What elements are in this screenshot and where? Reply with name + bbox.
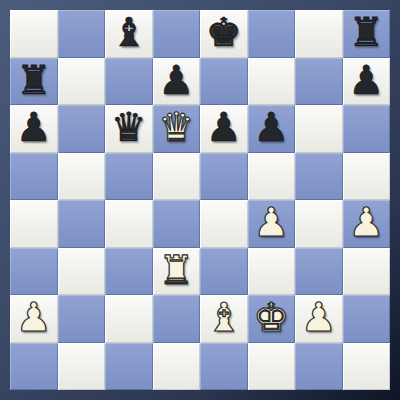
square-e1[interactable] [200, 343, 248, 391]
square-b5[interactable] [58, 153, 106, 201]
piece-black-bishop[interactable]: ♝ [111, 9, 147, 57]
square-g6[interactable] [295, 105, 343, 153]
square-b3[interactable] [58, 248, 106, 296]
square-h5[interactable] [343, 153, 391, 201]
square-b2[interactable] [58, 295, 106, 343]
square-f7[interactable] [248, 58, 296, 106]
square-f6[interactable]: ♟ [248, 105, 296, 153]
square-a2[interactable]: ♟ [10, 295, 58, 343]
square-f5[interactable] [248, 153, 296, 201]
square-b4[interactable] [58, 200, 106, 248]
square-a3[interactable] [10, 248, 58, 296]
square-e7[interactable] [200, 58, 248, 106]
square-c8[interactable]: ♝ [105, 10, 153, 58]
piece-white-pawn[interactable]: ♟ [348, 199, 384, 247]
square-c3[interactable] [105, 248, 153, 296]
square-a6[interactable]: ♟ [10, 105, 58, 153]
square-a5[interactable] [10, 153, 58, 201]
piece-black-rook[interactable]: ♜ [16, 57, 52, 105]
square-h7[interactable]: ♟ [343, 58, 391, 106]
square-h1[interactable] [343, 343, 391, 391]
piece-white-queen[interactable]: ♛ [158, 104, 194, 152]
square-a4[interactable] [10, 200, 58, 248]
piece-black-king[interactable]: ♚ [206, 9, 242, 57]
square-h2[interactable] [343, 295, 391, 343]
square-e6[interactable]: ♟ [200, 105, 248, 153]
square-c5[interactable] [105, 153, 153, 201]
piece-white-pawn[interactable]: ♟ [16, 294, 52, 342]
piece-white-king[interactable]: ♚ [253, 294, 289, 342]
square-c1[interactable] [105, 343, 153, 391]
square-a7[interactable]: ♜ [10, 58, 58, 106]
square-g3[interactable] [295, 248, 343, 296]
board-frame: ♝♚♜♜♟♟♟♛♛♟♟♟♟♜♟♝♚♟ [0, 0, 400, 400]
square-c2[interactable] [105, 295, 153, 343]
square-h3[interactable] [343, 248, 391, 296]
square-d1[interactable] [153, 343, 201, 391]
square-b6[interactable] [58, 105, 106, 153]
square-d3[interactable]: ♜ [153, 248, 201, 296]
square-e4[interactable] [200, 200, 248, 248]
square-e3[interactable] [200, 248, 248, 296]
square-g7[interactable] [295, 58, 343, 106]
square-d2[interactable] [153, 295, 201, 343]
square-d5[interactable] [153, 153, 201, 201]
square-e2[interactable]: ♝ [200, 295, 248, 343]
square-g8[interactable] [295, 10, 343, 58]
piece-black-pawn[interactable]: ♟ [348, 57, 384, 105]
square-f2[interactable]: ♚ [248, 295, 296, 343]
square-d7[interactable]: ♟ [153, 58, 201, 106]
piece-black-queen[interactable]: ♛ [111, 104, 147, 152]
square-e5[interactable] [200, 153, 248, 201]
square-b8[interactable] [58, 10, 106, 58]
square-e8[interactable]: ♚ [200, 10, 248, 58]
square-h6[interactable] [343, 105, 391, 153]
square-a8[interactable] [10, 10, 58, 58]
square-g2[interactable]: ♟ [295, 295, 343, 343]
square-h4[interactable]: ♟ [343, 200, 391, 248]
piece-white-rook[interactable]: ♜ [158, 247, 194, 295]
square-f1[interactable] [248, 343, 296, 391]
square-c6[interactable]: ♛ [105, 105, 153, 153]
piece-white-pawn[interactable]: ♟ [253, 199, 289, 247]
piece-white-pawn[interactable]: ♟ [301, 294, 337, 342]
square-f4[interactable]: ♟ [248, 200, 296, 248]
piece-black-pawn[interactable]: ♟ [253, 104, 289, 152]
square-b7[interactable] [58, 58, 106, 106]
square-d6[interactable]: ♛ [153, 105, 201, 153]
square-c7[interactable] [105, 58, 153, 106]
piece-black-pawn[interactable]: ♟ [158, 57, 194, 105]
piece-black-pawn[interactable]: ♟ [16, 104, 52, 152]
square-a1[interactable] [10, 343, 58, 391]
square-f3[interactable] [248, 248, 296, 296]
square-d4[interactable] [153, 200, 201, 248]
square-h8[interactable]: ♜ [343, 10, 391, 58]
chess-board: ♝♚♜♜♟♟♟♛♛♟♟♟♟♜♟♝♚♟ [10, 10, 390, 390]
piece-black-rook[interactable]: ♜ [348, 9, 384, 57]
piece-black-pawn[interactable]: ♟ [206, 104, 242, 152]
square-b1[interactable] [58, 343, 106, 391]
piece-white-bishop[interactable]: ♝ [206, 294, 242, 342]
square-g1[interactable] [295, 343, 343, 391]
square-d8[interactable] [153, 10, 201, 58]
square-g4[interactable] [295, 200, 343, 248]
square-c4[interactable] [105, 200, 153, 248]
square-g5[interactable] [295, 153, 343, 201]
square-f8[interactable] [248, 10, 296, 58]
